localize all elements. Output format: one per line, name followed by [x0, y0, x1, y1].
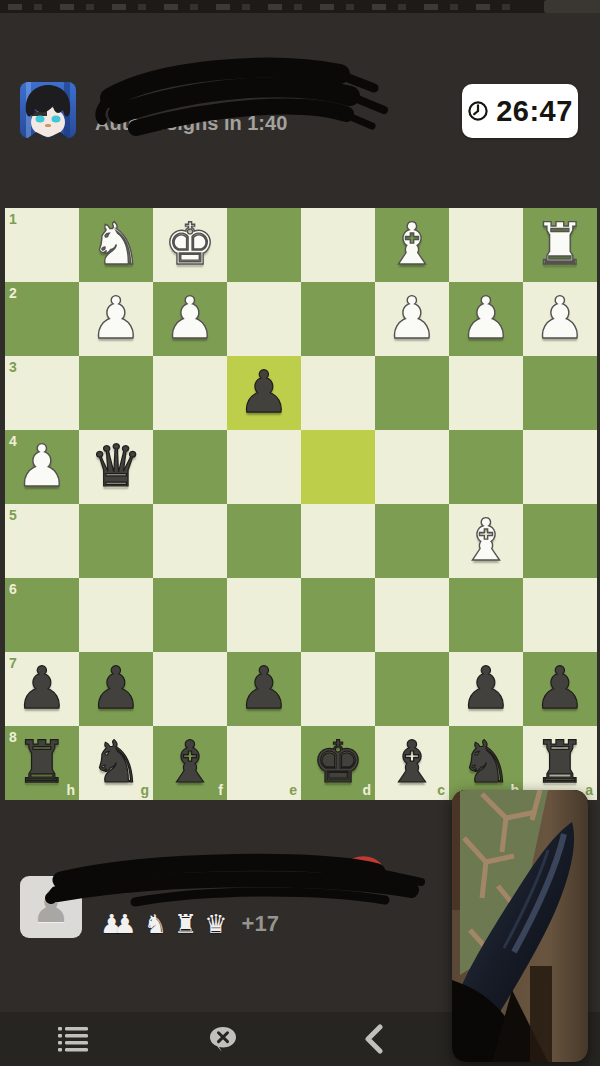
- captured-rook: ♜: [174, 909, 197, 939]
- default-pawn-avatar-icon: ♟: [31, 877, 70, 937]
- square-a6[interactable]: [523, 578, 597, 652]
- piece-black-bishop[interactable]: ♝: [153, 726, 227, 800]
- clock-icon: [467, 100, 489, 122]
- square-e1[interactable]: [227, 208, 301, 282]
- square-b1[interactable]: [449, 208, 523, 282]
- square-g5[interactable]: [79, 504, 153, 578]
- move-list-button[interactable]: [33, 1012, 113, 1066]
- material-advantage: +17: [242, 911, 279, 937]
- auto-resign-status: Auto-resigns in 1:40: [95, 112, 287, 135]
- game-screen: Auto-resigns in 1:40 26:47 1♞♚♝♜2♟♟♟♟♟3♟…: [0, 0, 600, 1066]
- square-f7[interactable]: [153, 652, 227, 726]
- piece-black-queen[interactable]: ♛: [79, 430, 153, 504]
- square-f4[interactable]: [153, 430, 227, 504]
- captured-pawn: ♟: [113, 909, 136, 939]
- piece-white-knight[interactable]: ♞: [79, 208, 153, 282]
- piece-black-rook[interactable]: ♜: [523, 726, 597, 800]
- piece-black-king[interactable]: ♚: [301, 726, 375, 800]
- chat-disabled-button[interactable]: [183, 1012, 263, 1066]
- rank-label-6: 6: [9, 582, 17, 596]
- square-e5[interactable]: [227, 504, 301, 578]
- pip-video-overlay[interactable]: [452, 790, 588, 1062]
- square-c6[interactable]: [375, 578, 449, 652]
- piece-black-pawn[interactable]: ♟: [227, 356, 301, 430]
- square-f1[interactable]: ♚: [153, 208, 227, 282]
- piece-black-pawn[interactable]: ♟: [79, 652, 153, 726]
- player-avatar[interactable]: ♟: [20, 876, 82, 938]
- square-g4[interactable]: ♛: [79, 430, 153, 504]
- piece-white-pawn[interactable]: ♟: [153, 282, 227, 356]
- square-d2[interactable]: [301, 282, 375, 356]
- opponent-avatar-image: [20, 82, 76, 138]
- square-a8[interactable]: a♜: [523, 726, 597, 800]
- square-h7[interactable]: 7♟: [5, 652, 79, 726]
- square-a1[interactable]: ♜: [523, 208, 597, 282]
- square-e7[interactable]: ♟: [227, 652, 301, 726]
- chat-disabled-icon: [209, 1026, 237, 1053]
- square-c4[interactable]: [375, 430, 449, 504]
- captured-knight: ♞: [144, 909, 167, 939]
- chevron-left-icon: [363, 1024, 385, 1054]
- square-a7[interactable]: ♟: [523, 652, 597, 726]
- move-list-icon: [58, 1026, 88, 1052]
- red-pen-mark: [345, 859, 379, 866]
- square-f5[interactable]: [153, 504, 227, 578]
- square-b4[interactable]: [449, 430, 523, 504]
- square-d6[interactable]: [301, 578, 375, 652]
- square-c8[interactable]: c♝: [375, 726, 449, 800]
- square-e3[interactable]: ♟: [227, 356, 301, 430]
- square-g8[interactable]: g♞: [79, 726, 153, 800]
- square-b2[interactable]: ♟: [449, 282, 523, 356]
- square-g2[interactable]: ♟: [79, 282, 153, 356]
- square-g6[interactable]: [79, 578, 153, 652]
- square-b5[interactable]: ♝: [449, 504, 523, 578]
- square-h4[interactable]: 4♟: [5, 430, 79, 504]
- opponent-clock: 26:47: [462, 84, 578, 138]
- piece-white-pawn[interactable]: ♟: [79, 282, 153, 356]
- opponent-avatar[interactable]: [20, 82, 76, 138]
- piece-white-pawn[interactable]: ♟: [449, 282, 523, 356]
- piece-black-pawn[interactable]: ♟: [449, 652, 523, 726]
- square-g3[interactable]: [79, 356, 153, 430]
- square-c2[interactable]: ♟: [375, 282, 449, 356]
- square-h6[interactable]: 6: [5, 578, 79, 652]
- piece-black-pawn[interactable]: ♟: [227, 652, 301, 726]
- square-d5[interactable]: [301, 504, 375, 578]
- square-d7[interactable]: [301, 652, 375, 726]
- square-c3[interactable]: [375, 356, 449, 430]
- piece-black-bishop[interactable]: ♝: [375, 726, 449, 800]
- square-f2[interactable]: ♟: [153, 282, 227, 356]
- square-f8[interactable]: f♝: [153, 726, 227, 800]
- piece-black-pawn[interactable]: ♟: [523, 652, 597, 726]
- square-e4[interactable]: [227, 430, 301, 504]
- square-d3[interactable]: [301, 356, 375, 430]
- piece-white-bishop[interactable]: ♝: [375, 208, 449, 282]
- piece-white-pawn[interactable]: ♟: [523, 282, 597, 356]
- square-h2[interactable]: 2: [5, 282, 79, 356]
- square-a3[interactable]: [523, 356, 597, 430]
- square-h8[interactable]: 8h♜: [5, 726, 79, 800]
- chess-board: 1♞♚♝♜2♟♟♟♟♟3♟4♟♛5♝67♟♟♟♟♟8h♜g♞f♝ed♚c♝b♞a…: [5, 208, 597, 800]
- captured-queen: ♛: [204, 909, 227, 939]
- square-e6[interactable]: [227, 578, 301, 652]
- square-e2[interactable]: [227, 282, 301, 356]
- piece-white-pawn[interactable]: ♟: [5, 430, 79, 504]
- captured-pieces: ♟♟♞♜♛+17: [100, 908, 279, 940]
- square-b6[interactable]: [449, 578, 523, 652]
- current-move-chip: [544, 0, 600, 13]
- rank-label-1: 1: [9, 212, 17, 226]
- opponent-clock-time: 26:47: [496, 95, 573, 128]
- piece-black-pawn[interactable]: ♟: [5, 652, 79, 726]
- square-e8[interactable]: e: [227, 726, 301, 800]
- piece-black-knight[interactable]: ♞: [79, 726, 153, 800]
- square-d8[interactable]: d♚: [301, 726, 375, 800]
- file-label-e: e: [289, 783, 297, 797]
- rank-label-5: 5: [9, 508, 17, 522]
- square-b7[interactable]: ♟: [449, 652, 523, 726]
- piece-white-rook[interactable]: ♜: [523, 208, 597, 282]
- move-list-strip[interactable]: [0, 0, 600, 13]
- redacted-name-scribble-bottom: [45, 850, 435, 914]
- square-a4[interactable]: [523, 430, 597, 504]
- square-a2[interactable]: ♟: [523, 282, 597, 356]
- square-d4[interactable]: [301, 430, 375, 504]
- square-f3[interactable]: [153, 356, 227, 430]
- square-c5[interactable]: [375, 504, 449, 578]
- piece-white-bishop[interactable]: ♝: [449, 504, 523, 578]
- pip-video-frame: [452, 790, 588, 1062]
- piece-white-pawn[interactable]: ♟: [375, 282, 449, 356]
- square-b8[interactable]: b♞: [449, 726, 523, 800]
- square-d1[interactable]: [301, 208, 375, 282]
- move-list-text-clipped: [8, 4, 528, 10]
- square-c7[interactable]: [375, 652, 449, 726]
- square-b3[interactable]: [449, 356, 523, 430]
- square-g7[interactable]: ♟: [79, 652, 153, 726]
- piece-white-king[interactable]: ♚: [153, 208, 227, 282]
- rank-label-3: 3: [9, 360, 17, 374]
- square-h1[interactable]: 1: [5, 208, 79, 282]
- square-g1[interactable]: ♞: [79, 208, 153, 282]
- rank-label-2: 2: [9, 286, 17, 300]
- square-a5[interactable]: [523, 504, 597, 578]
- square-f6[interactable]: [153, 578, 227, 652]
- square-h3[interactable]: 3: [5, 356, 79, 430]
- square-c1[interactable]: ♝: [375, 208, 449, 282]
- piece-black-rook[interactable]: ♜: [5, 726, 79, 800]
- back-button[interactable]: [334, 1012, 414, 1066]
- square-h5[interactable]: 5: [5, 504, 79, 578]
- piece-black-knight[interactable]: ♞: [449, 726, 523, 800]
